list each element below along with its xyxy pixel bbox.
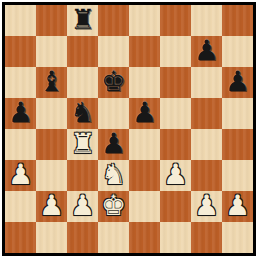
square-f2[interactable] <box>160 191 191 222</box>
square-c1[interactable] <box>67 222 98 253</box>
square-e2[interactable] <box>129 191 160 222</box>
square-g5[interactable] <box>191 98 222 129</box>
piece-black-pawn: ♟ <box>225 66 250 97</box>
square-f8[interactable] <box>160 5 191 36</box>
square-f7[interactable] <box>160 36 191 67</box>
square-e8[interactable] <box>129 5 160 36</box>
square-e4[interactable] <box>129 129 160 160</box>
square-d7[interactable] <box>98 36 129 67</box>
square-a6[interactable] <box>5 67 36 98</box>
square-a5[interactable]: ♟ <box>5 98 36 129</box>
piece-black-pawn: ♟ <box>132 97 157 128</box>
square-h5[interactable] <box>222 98 253 129</box>
piece-white-pawn: ♟ <box>70 190 95 221</box>
square-c4[interactable]: ♜ <box>67 129 98 160</box>
square-d3[interactable]: ♞ <box>98 160 129 191</box>
square-g7[interactable]: ♟ <box>191 36 222 67</box>
square-d6[interactable]: ♚ <box>98 67 129 98</box>
square-b4[interactable] <box>36 129 67 160</box>
square-h1[interactable] <box>222 222 253 253</box>
square-c3[interactable] <box>67 160 98 191</box>
square-f3[interactable]: ♟ <box>160 160 191 191</box>
square-b8[interactable] <box>36 5 67 36</box>
piece-white-pawn: ♟ <box>225 190 250 221</box>
square-d5[interactable] <box>98 98 129 129</box>
square-g8[interactable] <box>191 5 222 36</box>
square-g4[interactable] <box>191 129 222 160</box>
square-a4[interactable] <box>5 129 36 160</box>
square-b6[interactable]: ♝ <box>36 67 67 98</box>
square-d8[interactable] <box>98 5 129 36</box>
square-f1[interactable] <box>160 222 191 253</box>
piece-white-pawn: ♟ <box>194 190 219 221</box>
square-b1[interactable] <box>36 222 67 253</box>
square-d4[interactable]: ♟ <box>98 129 129 160</box>
square-a1[interactable] <box>5 222 36 253</box>
square-g1[interactable] <box>191 222 222 253</box>
square-h7[interactable] <box>222 36 253 67</box>
square-b5[interactable] <box>36 98 67 129</box>
square-d1[interactable] <box>98 222 129 253</box>
square-f6[interactable] <box>160 67 191 98</box>
square-h3[interactable] <box>222 160 253 191</box>
square-a2[interactable] <box>5 191 36 222</box>
piece-white-pawn: ♟ <box>39 190 64 221</box>
square-b3[interactable] <box>36 160 67 191</box>
piece-black-rook: ♜ <box>70 4 95 35</box>
piece-white-pawn: ♟ <box>8 159 33 190</box>
square-e3[interactable] <box>129 160 160 191</box>
square-c8[interactable]: ♜ <box>67 5 98 36</box>
square-g3[interactable] <box>191 160 222 191</box>
square-h6[interactable]: ♟ <box>222 67 253 98</box>
piece-white-king: ♚ <box>101 190 126 221</box>
piece-black-bishop: ♝ <box>39 66 64 97</box>
square-e7[interactable] <box>129 36 160 67</box>
chess-diagram: ♜♟♝♚♟♟♞♟♜♟♟♞♟♟♟♚♟♟ <box>0 0 258 258</box>
piece-black-king: ♚ <box>101 66 126 97</box>
piece-black-knight: ♞ <box>70 97 95 128</box>
square-e5[interactable]: ♟ <box>129 98 160 129</box>
square-g6[interactable] <box>191 67 222 98</box>
square-a8[interactable] <box>5 5 36 36</box>
piece-black-pawn: ♟ <box>101 128 126 159</box>
board-frame: ♜♟♝♚♟♟♞♟♜♟♟♞♟♟♟♚♟♟ <box>2 2 256 256</box>
piece-black-pawn: ♟ <box>8 97 33 128</box>
square-a3[interactable]: ♟ <box>5 160 36 191</box>
piece-white-rook: ♜ <box>70 128 95 159</box>
piece-white-pawn: ♟ <box>163 159 188 190</box>
square-c2[interactable]: ♟ <box>67 191 98 222</box>
chess-board: ♜♟♝♚♟♟♞♟♜♟♟♞♟♟♟♚♟♟ <box>5 5 253 253</box>
square-d2[interactable]: ♚ <box>98 191 129 222</box>
square-f5[interactable] <box>160 98 191 129</box>
square-c7[interactable] <box>67 36 98 67</box>
square-c5[interactable]: ♞ <box>67 98 98 129</box>
square-h4[interactable] <box>222 129 253 160</box>
square-g2[interactable]: ♟ <box>191 191 222 222</box>
square-a7[interactable] <box>5 36 36 67</box>
square-h8[interactable] <box>222 5 253 36</box>
piece-black-pawn: ♟ <box>194 35 219 66</box>
square-b2[interactable]: ♟ <box>36 191 67 222</box>
square-f4[interactable] <box>160 129 191 160</box>
square-h2[interactable]: ♟ <box>222 191 253 222</box>
piece-white-knight: ♞ <box>101 159 126 190</box>
square-c6[interactable] <box>67 67 98 98</box>
square-b7[interactable] <box>36 36 67 67</box>
square-e6[interactable] <box>129 67 160 98</box>
square-e1[interactable] <box>129 222 160 253</box>
